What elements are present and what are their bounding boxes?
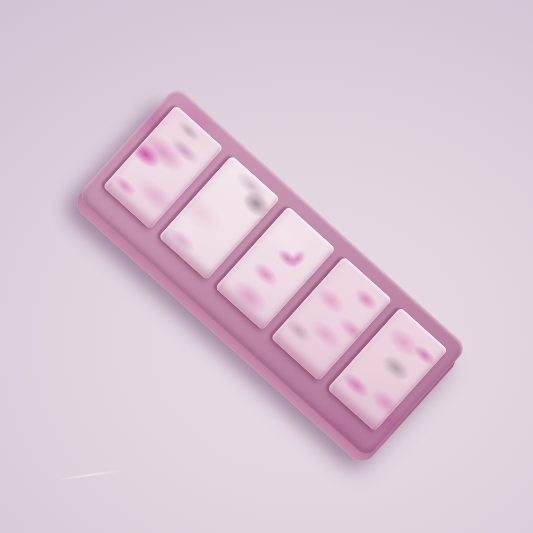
wax-snap-bar (76, 85, 468, 459)
product-photo (0, 0, 533, 533)
backdrop-scratch (55, 469, 125, 481)
wax-bar-top-face (76, 85, 468, 459)
